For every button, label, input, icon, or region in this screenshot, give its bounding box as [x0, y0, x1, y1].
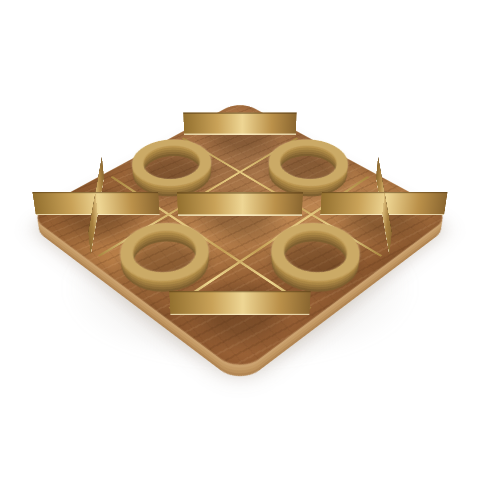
board-surface: ✕○✕○✕○✕○✕	[28, 101, 452, 374]
tic-tac-toe-board: ✕○✕○✕○✕○✕	[28, 101, 452, 374]
piece-x-plate	[183, 112, 297, 135]
piece-x-plate	[169, 291, 311, 316]
scene: ✕○✕○✕○✕○✕	[0, 0, 480, 480]
piece-x-plate	[177, 192, 303, 216]
product-photo: ✕○✕○✕○✕○✕	[0, 0, 480, 480]
